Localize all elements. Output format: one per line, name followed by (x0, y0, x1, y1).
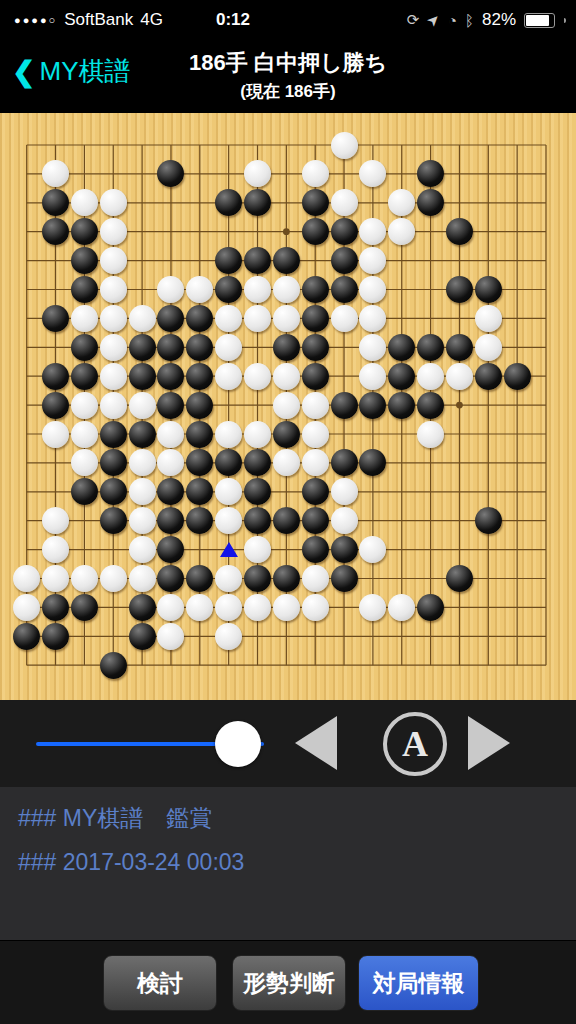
black-stone[interactable] (42, 305, 69, 332)
game-comment-area: ### MY棋譜 鑑賞 ### 2017-03-24 00:03 (0, 787, 576, 940)
white-stone[interactable] (359, 334, 386, 361)
white-stone[interactable] (129, 392, 156, 419)
white-stone[interactable] (71, 305, 98, 332)
comment-date-line: ### 2017-03-24 00:03 (18, 849, 244, 876)
black-stone[interactable] (100, 478, 127, 505)
white-stone[interactable] (244, 363, 271, 390)
white-stone[interactable] (417, 363, 444, 390)
black-stone[interactable] (157, 392, 184, 419)
black-stone[interactable] (71, 334, 98, 361)
black-stone[interactable] (186, 421, 213, 448)
white-stone[interactable] (475, 305, 502, 332)
black-stone[interactable] (71, 247, 98, 274)
bluetooth-icon: ᛒ (465, 12, 474, 29)
black-stone[interactable] (100, 421, 127, 448)
black-stone[interactable] (186, 363, 213, 390)
go-board[interactable] (0, 113, 576, 700)
black-stone[interactable] (302, 536, 329, 563)
nav-bar: ❮ MY棋譜 186手 白中押し勝ち (現在 186手) (0, 40, 576, 113)
white-stone[interactable] (215, 305, 242, 332)
black-stone[interactable] (302, 363, 329, 390)
black-stone[interactable] (388, 334, 415, 361)
white-stone[interactable] (100, 334, 127, 361)
black-stone[interactable] (244, 247, 271, 274)
white-stone[interactable] (446, 363, 473, 390)
action-bar: 検討 形勢判断 対局情報 (0, 940, 576, 1024)
white-stone[interactable] (42, 565, 69, 592)
white-stone[interactable] (157, 421, 184, 448)
black-stone[interactable] (331, 565, 358, 592)
status-right: ⟳ ➤ ◔ ᛒ 82% (407, 10, 566, 30)
white-stone[interactable] (215, 565, 242, 592)
black-stone[interactable] (71, 478, 98, 505)
black-stone[interactable] (129, 594, 156, 621)
black-stone[interactable] (273, 247, 300, 274)
rotation-lock-icon: ⟳ (407, 11, 420, 29)
white-stone[interactable] (244, 594, 271, 621)
black-stone[interactable] (71, 363, 98, 390)
white-stone[interactable] (100, 276, 127, 303)
white-stone[interactable] (331, 189, 358, 216)
white-stone[interactable] (359, 363, 386, 390)
black-stone[interactable] (42, 623, 69, 650)
black-stone[interactable] (42, 363, 69, 390)
battery-percent-label: 82% (482, 10, 516, 30)
white-stone[interactable] (331, 478, 358, 505)
white-stone[interactable] (273, 305, 300, 332)
black-stone[interactable] (302, 189, 329, 216)
black-stone[interactable] (417, 594, 444, 621)
white-stone[interactable] (417, 421, 444, 448)
white-stone[interactable] (129, 507, 156, 534)
battery-icon (524, 13, 555, 28)
white-stone[interactable] (129, 449, 156, 476)
white-stone[interactable] (13, 565, 40, 592)
white-stone[interactable] (71, 421, 98, 448)
black-stone[interactable] (446, 276, 473, 303)
game-info-button[interactable]: 対局情報 (358, 955, 479, 1011)
black-stone[interactable] (273, 507, 300, 534)
black-stone[interactable] (446, 565, 473, 592)
black-stone[interactable] (215, 276, 242, 303)
black-stone[interactable] (359, 392, 386, 419)
review-button[interactable]: 検討 (103, 955, 217, 1011)
auto-play-label: A (402, 723, 428, 765)
black-stone[interactable] (388, 363, 415, 390)
previous-move-button[interactable] (295, 716, 337, 770)
battery-cap (564, 18, 566, 23)
black-stone[interactable] (388, 392, 415, 419)
next-move-button[interactable] (468, 716, 510, 770)
white-stone[interactable] (331, 305, 358, 332)
alarm-icon: ◔ (448, 12, 457, 29)
white-stone[interactable] (71, 392, 98, 419)
page-subtitle: (現在 186手) (90, 80, 486, 103)
white-stone[interactable] (42, 421, 69, 448)
black-stone[interactable] (129, 334, 156, 361)
black-stone[interactable] (446, 334, 473, 361)
black-stone[interactable] (42, 594, 69, 621)
white-stone[interactable] (215, 421, 242, 448)
black-stone[interactable] (302, 276, 329, 303)
black-stone[interactable] (446, 218, 473, 245)
black-stone[interactable] (331, 536, 358, 563)
black-stone[interactable] (331, 247, 358, 274)
white-stone[interactable] (302, 160, 329, 187)
black-stone[interactable] (302, 305, 329, 332)
white-stone[interactable] (100, 305, 127, 332)
black-stone[interactable] (129, 623, 156, 650)
status-bar: ●●●●○ SoftBank 4G 0:12 ⟳ ➤ ◔ ᛒ 82% (0, 0, 576, 40)
white-stone[interactable] (71, 565, 98, 592)
white-stone[interactable] (100, 189, 127, 216)
black-stone[interactable] (273, 334, 300, 361)
app-screen: ●●●●○ SoftBank 4G 0:12 ⟳ ➤ ◔ ᛒ 82% ❮ MY棋… (0, 0, 576, 1024)
white-stone[interactable] (244, 305, 271, 332)
white-stone[interactable] (129, 565, 156, 592)
black-stone[interactable] (475, 363, 502, 390)
black-stone[interactable] (417, 392, 444, 419)
white-stone[interactable] (302, 421, 329, 448)
white-stone[interactable] (13, 594, 40, 621)
white-stone[interactable] (302, 594, 329, 621)
white-stone[interactable] (215, 334, 242, 361)
white-stone[interactable] (129, 305, 156, 332)
white-stone[interactable] (331, 132, 358, 159)
white-stone[interactable] (129, 478, 156, 505)
white-stone[interactable] (244, 421, 271, 448)
black-stone[interactable] (331, 449, 358, 476)
page-title: 186手 白中押し勝ち (90, 48, 486, 78)
black-stone[interactable] (331, 276, 358, 303)
white-stone[interactable] (215, 594, 242, 621)
black-stone[interactable] (71, 218, 98, 245)
black-stone[interactable] (71, 594, 98, 621)
auto-play-button[interactable]: A (383, 712, 447, 776)
black-stone[interactable] (331, 218, 358, 245)
black-stone[interactable] (302, 334, 329, 361)
black-stone[interactable] (302, 218, 329, 245)
black-stone[interactable] (100, 652, 127, 679)
black-stone[interactable] (186, 305, 213, 332)
black-stone[interactable] (504, 363, 531, 390)
black-stone[interactable] (129, 363, 156, 390)
white-stone[interactable] (244, 276, 271, 303)
white-stone[interactable] (388, 594, 415, 621)
comment-title-line: ### MY棋譜 鑑賞 (18, 803, 212, 834)
clock-label: 0:12 (0, 10, 466, 30)
position-judge-button[interactable]: 形勢判断 (232, 955, 346, 1011)
back-chevron-icon: ❮ (12, 55, 35, 88)
white-stone[interactable] (100, 218, 127, 245)
white-stone[interactable] (100, 247, 127, 274)
location-icon: ➤ (423, 9, 445, 31)
black-stone[interactable] (273, 565, 300, 592)
white-stone[interactable] (100, 565, 127, 592)
black-stone[interactable] (244, 565, 271, 592)
black-stone[interactable] (417, 334, 444, 361)
white-stone[interactable] (215, 623, 242, 650)
white-stone[interactable] (100, 392, 127, 419)
white-stone[interactable] (244, 536, 271, 563)
black-stone[interactable] (100, 449, 127, 476)
black-stone[interactable] (100, 507, 127, 534)
black-stone[interactable] (273, 421, 300, 448)
black-stone[interactable] (475, 507, 502, 534)
white-stone[interactable] (273, 594, 300, 621)
black-stone[interactable] (186, 392, 213, 419)
white-stone[interactable] (475, 334, 502, 361)
white-stone[interactable] (302, 392, 329, 419)
move-slider[interactable] (0, 700, 300, 787)
white-stone[interactable] (273, 363, 300, 390)
white-stone[interactable] (42, 536, 69, 563)
black-stone[interactable] (186, 334, 213, 361)
black-stone[interactable] (475, 276, 502, 303)
white-stone[interactable] (100, 363, 127, 390)
white-stone[interactable] (186, 594, 213, 621)
black-stone[interactable] (71, 276, 98, 303)
black-stone[interactable] (157, 363, 184, 390)
move-marker-triangle (220, 542, 238, 557)
white-stone[interactable] (129, 536, 156, 563)
black-stone[interactable] (331, 392, 358, 419)
white-stone[interactable] (215, 363, 242, 390)
white-stone[interactable] (331, 507, 358, 534)
white-stone[interactable] (273, 276, 300, 303)
white-stone[interactable] (71, 189, 98, 216)
black-stone[interactable] (13, 623, 40, 650)
black-stone[interactable] (129, 421, 156, 448)
black-stone[interactable] (244, 507, 271, 534)
black-stone[interactable] (302, 478, 329, 505)
white-stone[interactable] (273, 392, 300, 419)
slider-thumb[interactable] (215, 721, 261, 767)
white-stone[interactable] (302, 565, 329, 592)
black-stone[interactable] (42, 392, 69, 419)
black-stone[interactable] (302, 507, 329, 534)
white-stone[interactable] (302, 449, 329, 476)
